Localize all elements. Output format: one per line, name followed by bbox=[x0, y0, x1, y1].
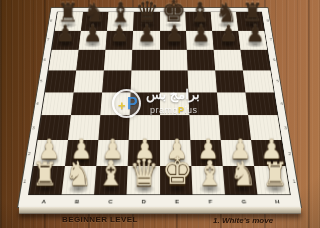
square-h5[interactable] bbox=[243, 70, 274, 92]
square-f8[interactable] bbox=[185, 12, 212, 30]
square-d1[interactable] bbox=[127, 166, 160, 194]
square-e7[interactable] bbox=[160, 31, 187, 50]
square-d2[interactable] bbox=[128, 140, 159, 166]
square-a4[interactable] bbox=[42, 92, 74, 115]
rank-label-3-left: 3 bbox=[32, 126, 35, 130]
file-label-c: C bbox=[94, 199, 128, 204]
square-b2[interactable] bbox=[65, 140, 99, 166]
square-h3[interactable] bbox=[248, 115, 281, 140]
square-e5[interactable] bbox=[160, 70, 189, 92]
square-f6[interactable] bbox=[186, 50, 215, 71]
board-grid bbox=[28, 12, 291, 196]
rank-label-2-left: 2 bbox=[28, 152, 31, 156]
square-b3[interactable] bbox=[68, 115, 100, 140]
square-h4[interactable] bbox=[245, 92, 277, 115]
square-c2[interactable] bbox=[97, 140, 130, 166]
file-label-e: E bbox=[160, 199, 193, 204]
square-c8[interactable] bbox=[107, 12, 134, 30]
square-e8[interactable] bbox=[160, 12, 186, 30]
square-c1[interactable] bbox=[94, 166, 128, 194]
square-a8[interactable] bbox=[55, 12, 83, 30]
chess-app: ♜♞♝♛♚♝♞♜♟♟♟♟♟♟♟♟♟♟♟♟♟♟♟♟♜♞♝♛♚♝♞♜ABCDEFGH… bbox=[0, 0, 320, 228]
square-g4[interactable] bbox=[217, 92, 248, 115]
square-h8[interactable] bbox=[236, 12, 264, 30]
board-front-edge bbox=[19, 207, 301, 214]
rank-label-1-left: 1 bbox=[23, 180, 26, 184]
square-d8[interactable] bbox=[133, 12, 159, 30]
square-g2[interactable] bbox=[220, 140, 254, 166]
rank-label-7-left: 7 bbox=[47, 38, 50, 41]
square-a5[interactable] bbox=[45, 70, 76, 92]
square-f2[interactable] bbox=[190, 140, 223, 166]
square-g6[interactable] bbox=[213, 50, 242, 71]
board-frame: ♜♞♝♛♚♝♞♜♟♟♟♟♟♟♟♟♟♟♟♟♟♟♟♟♜♞♝♛♚♝♞♜ABCDEFGH… bbox=[17, 7, 302, 208]
square-e2[interactable] bbox=[160, 140, 191, 166]
square-a2[interactable] bbox=[34, 140, 69, 166]
chess-board: ♜♞♝♛♚♝♞♜♟♟♟♟♟♟♟♟♟♟♟♟♟♟♟♟♜♞♝♛♚♝♞♜ABCDEFGH… bbox=[17, 0, 302, 208]
rank-label-1-right: 1 bbox=[293, 180, 296, 184]
square-g3[interactable] bbox=[218, 115, 250, 140]
square-a3[interactable] bbox=[38, 115, 71, 140]
square-b7[interactable] bbox=[79, 31, 107, 50]
square-f7[interactable] bbox=[186, 31, 214, 50]
square-d3[interactable] bbox=[129, 115, 159, 140]
rank-label-5-left: 5 bbox=[40, 80, 43, 83]
rank-label-3-right: 3 bbox=[284, 126, 287, 130]
square-b5[interactable] bbox=[74, 70, 104, 92]
square-g5[interactable] bbox=[215, 70, 245, 92]
level-label: BEGINNER LEVEL bbox=[62, 215, 138, 224]
square-a7[interactable] bbox=[52, 31, 81, 50]
rank-label-7-right: 7 bbox=[270, 38, 273, 41]
move-indicator: 1. White's move bbox=[213, 216, 273, 225]
square-c3[interactable] bbox=[99, 115, 130, 140]
square-b8[interactable] bbox=[81, 12, 109, 30]
square-d7[interactable] bbox=[133, 31, 160, 50]
square-d6[interactable] bbox=[132, 50, 160, 71]
square-h2[interactable] bbox=[251, 140, 286, 166]
square-d4[interactable] bbox=[130, 92, 159, 115]
square-h1[interactable] bbox=[254, 166, 290, 194]
file-label-f: F bbox=[194, 199, 228, 204]
rank-label-5-right: 5 bbox=[276, 80, 279, 83]
rank-label-4-left: 4 bbox=[36, 102, 39, 106]
square-g8[interactable] bbox=[210, 12, 238, 30]
file-label-h: H bbox=[260, 199, 294, 204]
square-c7[interactable] bbox=[106, 31, 134, 50]
square-f1[interactable] bbox=[191, 166, 225, 194]
square-b1[interactable] bbox=[62, 166, 97, 194]
square-g1[interactable] bbox=[222, 166, 257, 194]
rank-label-4-right: 4 bbox=[280, 102, 283, 106]
square-g7[interactable] bbox=[212, 31, 240, 50]
square-e1[interactable] bbox=[160, 166, 193, 194]
square-e4[interactable] bbox=[160, 92, 189, 115]
square-f5[interactable] bbox=[187, 70, 216, 92]
square-b4[interactable] bbox=[71, 92, 102, 115]
square-b6[interactable] bbox=[76, 50, 105, 71]
square-e6[interactable] bbox=[160, 50, 188, 71]
square-h6[interactable] bbox=[240, 50, 270, 71]
square-h7[interactable] bbox=[238, 31, 267, 50]
square-c5[interactable] bbox=[102, 70, 131, 92]
file-label-b: B bbox=[60, 199, 94, 204]
square-c6[interactable] bbox=[104, 50, 133, 71]
square-d5[interactable] bbox=[131, 70, 160, 92]
file-label-g: G bbox=[227, 199, 261, 204]
square-a1[interactable] bbox=[29, 166, 65, 194]
square-e3[interactable] bbox=[160, 115, 190, 140]
square-c4[interactable] bbox=[101, 92, 131, 115]
square-f4[interactable] bbox=[188, 92, 218, 115]
rank-label-6-left: 6 bbox=[43, 58, 46, 61]
file-label-a: A bbox=[27, 199, 61, 204]
square-a6[interactable] bbox=[49, 50, 79, 71]
rank-label-2-right: 2 bbox=[288, 152, 291, 156]
file-label-d: D bbox=[127, 199, 160, 204]
rank-label-6-right: 6 bbox=[273, 58, 276, 61]
square-f3[interactable] bbox=[189, 115, 220, 140]
